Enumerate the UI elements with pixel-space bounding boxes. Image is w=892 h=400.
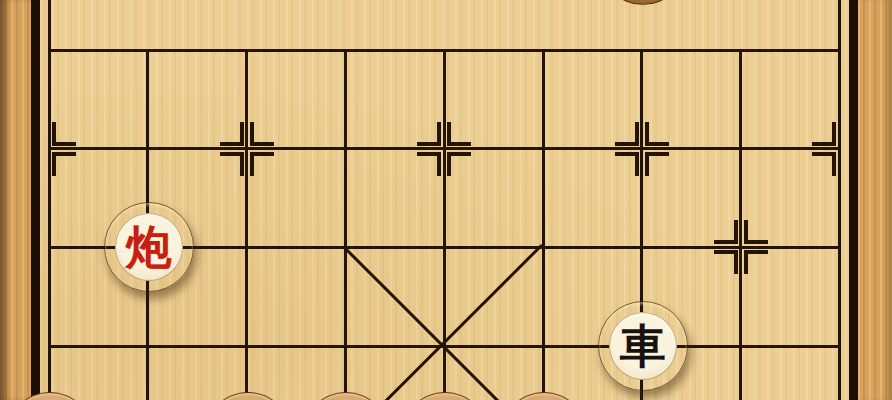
grid-file-line-3: [344, 50, 347, 400]
partial-piece-f6-r4[interactable]: [599, 0, 687, 5]
position-marker-f4-r6: [417, 122, 471, 176]
piece-black-chariot[interactable]: 車: [598, 301, 688, 391]
partial-piece-f2-r9[interactable]: [204, 392, 292, 400]
piece-face: 炮: [115, 213, 183, 281]
marker-bracket: [615, 152, 639, 176]
marker-bracket: [52, 122, 76, 146]
partial-piece-f5-r9[interactable]: [500, 392, 588, 400]
piece-face: 車: [609, 312, 677, 380]
marker-bracket: [744, 250, 768, 274]
partial-piece-f4-r9[interactable]: [401, 392, 489, 400]
marker-bracket: [447, 152, 471, 176]
marker-bracket: [812, 152, 836, 176]
piece-glyph-red-cannon: 炮: [126, 224, 172, 270]
board-margin-right: [858, 0, 892, 400]
piece-glyph-black-chariot: 車: [620, 323, 666, 369]
marker-bracket: [220, 152, 244, 176]
board-margin-left: [0, 0, 31, 400]
grid-file-line-0: [48, 0, 51, 400]
grid-file-line-5: [542, 50, 545, 400]
marker-bracket: [447, 122, 471, 146]
partial-piece-f3-r9[interactable]: [302, 392, 390, 400]
board-frame-left: [31, 0, 40, 400]
marker-bracket: [812, 122, 836, 146]
xiangqi-board[interactable]: 炮車: [0, 0, 892, 400]
marker-bracket: [714, 220, 738, 244]
marker-bracket: [417, 122, 441, 146]
grid-file-line-8: [838, 0, 841, 400]
marker-bracket: [714, 250, 738, 274]
marker-bracket: [52, 152, 76, 176]
piece-red-cannon[interactable]: 炮: [104, 202, 194, 292]
board-grid-layer: 炮車: [0, 0, 892, 400]
marker-bracket: [645, 152, 669, 176]
marker-bracket: [645, 122, 669, 146]
grid-file-line-2: [245, 50, 248, 400]
marker-bracket: [220, 122, 244, 146]
marker-bracket: [417, 152, 441, 176]
position-marker-f6-r6: [615, 122, 669, 176]
board-frame-right: [849, 0, 858, 400]
position-marker-f7-r7: [714, 220, 768, 274]
marker-bracket: [250, 152, 274, 176]
marker-bracket: [744, 220, 768, 244]
marker-bracket: [250, 122, 274, 146]
marker-bracket: [615, 122, 639, 146]
position-marker-f2-r6: [220, 122, 274, 176]
